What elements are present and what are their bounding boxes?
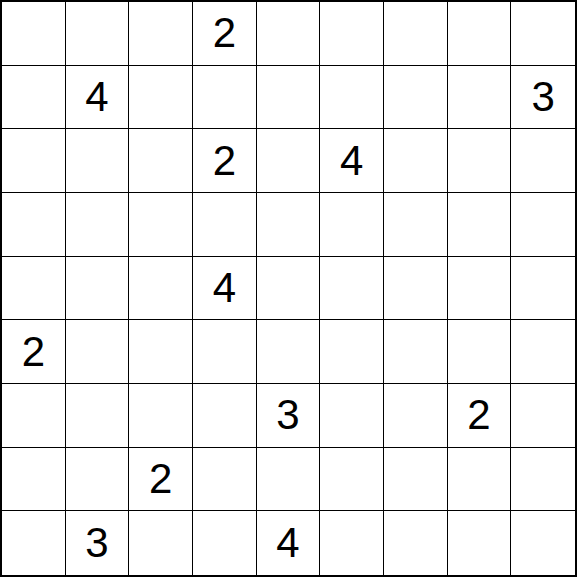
- cell-r4c5[interactable]: [257, 193, 321, 257]
- cell-r5c9[interactable]: [511, 257, 575, 321]
- clue-number: 2: [213, 140, 236, 182]
- cell-r3c7[interactable]: [384, 129, 448, 193]
- cell-r8c1[interactable]: [2, 448, 66, 512]
- cell-r6c1[interactable]: 2: [2, 320, 66, 384]
- cell-r7c8[interactable]: 2: [448, 384, 512, 448]
- cell-r5c7[interactable]: [384, 257, 448, 321]
- cell-r2c4[interactable]: [193, 66, 257, 130]
- cell-r1c7[interactable]: [384, 2, 448, 66]
- cell-r8c3[interactable]: 2: [129, 448, 193, 512]
- cell-r1c8[interactable]: [448, 2, 512, 66]
- cell-r4c1[interactable]: [2, 193, 66, 257]
- cell-r8c4[interactable]: [193, 448, 257, 512]
- cell-r1c1[interactable]: [2, 2, 66, 66]
- cell-r5c1[interactable]: [2, 257, 66, 321]
- cell-r4c8[interactable]: [448, 193, 512, 257]
- clue-number: 2: [22, 331, 45, 373]
- cell-r7c9[interactable]: [511, 384, 575, 448]
- clue-number: 2: [149, 458, 172, 500]
- cell-r1c2[interactable]: [66, 2, 130, 66]
- cell-r1c4[interactable]: 2: [193, 2, 257, 66]
- clue-number: 3: [531, 76, 554, 118]
- cell-r8c6[interactable]: [320, 448, 384, 512]
- cell-r1c9[interactable]: [511, 2, 575, 66]
- cell-r3c9[interactable]: [511, 129, 575, 193]
- cell-r7c4[interactable]: [193, 384, 257, 448]
- cell-r2c2[interactable]: 4: [66, 66, 130, 130]
- cell-r1c6[interactable]: [320, 2, 384, 66]
- cell-r8c5[interactable]: [257, 448, 321, 512]
- clue-number: 2: [467, 394, 490, 436]
- cell-r7c1[interactable]: [2, 384, 66, 448]
- cell-r2c5[interactable]: [257, 66, 321, 130]
- cell-r5c6[interactable]: [320, 257, 384, 321]
- cell-r7c3[interactable]: [129, 384, 193, 448]
- cell-r2c1[interactable]: [2, 66, 66, 130]
- cell-r8c2[interactable]: [66, 448, 130, 512]
- cell-r8c7[interactable]: [384, 448, 448, 512]
- cell-r6c2[interactable]: [66, 320, 130, 384]
- clue-number: 4: [276, 522, 299, 564]
- clue-number: 2: [213, 12, 236, 54]
- cell-r9c4[interactable]: [193, 511, 257, 575]
- cell-r5c3[interactable]: [129, 257, 193, 321]
- clue-number: 4: [340, 140, 363, 182]
- cell-r3c4[interactable]: 2: [193, 129, 257, 193]
- cell-r7c2[interactable]: [66, 384, 130, 448]
- cell-r4c4[interactable]: [193, 193, 257, 257]
- cell-r9c5[interactable]: 4: [257, 511, 321, 575]
- cell-r9c2[interactable]: 3: [66, 511, 130, 575]
- cell-r9c7[interactable]: [384, 511, 448, 575]
- cell-r3c6[interactable]: 4: [320, 129, 384, 193]
- clue-number: 3: [276, 394, 299, 436]
- cell-r5c8[interactable]: [448, 257, 512, 321]
- cell-r2c6[interactable]: [320, 66, 384, 130]
- cell-r5c2[interactable]: [66, 257, 130, 321]
- cell-r4c7[interactable]: [384, 193, 448, 257]
- cell-r6c7[interactable]: [384, 320, 448, 384]
- clue-number: 4: [85, 76, 108, 118]
- cell-r4c9[interactable]: [511, 193, 575, 257]
- clue-number: 3: [85, 522, 108, 564]
- cell-r5c5[interactable]: [257, 257, 321, 321]
- cell-r6c6[interactable]: [320, 320, 384, 384]
- cell-r2c9[interactable]: 3: [511, 66, 575, 130]
- cell-r7c5[interactable]: 3: [257, 384, 321, 448]
- cell-r6c5[interactable]: [257, 320, 321, 384]
- cell-r6c4[interactable]: [193, 320, 257, 384]
- cell-r9c9[interactable]: [511, 511, 575, 575]
- cell-r9c1[interactable]: [2, 511, 66, 575]
- cell-r9c8[interactable]: [448, 511, 512, 575]
- cell-r5c4[interactable]: 4: [193, 257, 257, 321]
- cell-r2c7[interactable]: [384, 66, 448, 130]
- cell-r1c5[interactable]: [257, 2, 321, 66]
- cell-r3c1[interactable]: [2, 129, 66, 193]
- cell-r8c9[interactable]: [511, 448, 575, 512]
- cell-r1c3[interactable]: [129, 2, 193, 66]
- cell-r8c8[interactable]: [448, 448, 512, 512]
- cell-r3c8[interactable]: [448, 129, 512, 193]
- cell-r7c6[interactable]: [320, 384, 384, 448]
- clue-number: 4: [213, 267, 236, 309]
- cell-r2c3[interactable]: [129, 66, 193, 130]
- cell-r3c5[interactable]: [257, 129, 321, 193]
- cell-r4c2[interactable]: [66, 193, 130, 257]
- cell-r7c7[interactable]: [384, 384, 448, 448]
- cell-r3c2[interactable]: [66, 129, 130, 193]
- cell-r4c3[interactable]: [129, 193, 193, 257]
- cell-r2c8[interactable]: [448, 66, 512, 130]
- cell-r9c6[interactable]: [320, 511, 384, 575]
- cell-r6c8[interactable]: [448, 320, 512, 384]
- cell-r6c3[interactable]: [129, 320, 193, 384]
- cell-r9c3[interactable]: [129, 511, 193, 575]
- puzzle-board: 243244232234: [0, 0, 577, 577]
- cell-r4c6[interactable]: [320, 193, 384, 257]
- cell-r6c9[interactable]: [511, 320, 575, 384]
- cell-r3c3[interactable]: [129, 129, 193, 193]
